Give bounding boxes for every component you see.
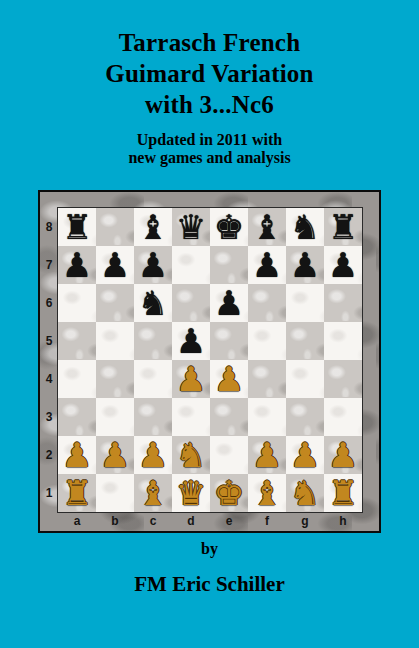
square-h8: ♜ (324, 208, 362, 246)
book-subtitle: Updated in 2011 with new games and analy… (0, 131, 419, 167)
square-a7: ♟ (58, 246, 96, 284)
author-name: FM Eric Schiller (0, 572, 419, 597)
square-b1 (96, 474, 134, 512)
square-f6 (248, 284, 286, 322)
piece-white-pawn: ♟ (62, 436, 92, 474)
rank-label-7: 7 (40, 246, 58, 284)
square-d8: ♛ (172, 208, 210, 246)
square-c7: ♟ (134, 246, 172, 284)
square-g8: ♞ (286, 208, 324, 246)
square-d7 (172, 246, 210, 284)
square-b6 (96, 284, 134, 322)
piece-white-rook: ♜ (328, 474, 358, 512)
piece-white-king: ♚ (214, 474, 244, 512)
file-label-g: g (286, 512, 324, 529)
rank-label-4: 4 (40, 360, 58, 398)
piece-white-knight: ♞ (290, 474, 320, 512)
square-h2: ♟ (324, 436, 362, 474)
piece-white-pawn: ♟ (252, 436, 282, 474)
file-label-c: c (134, 512, 172, 529)
square-c3 (134, 398, 172, 436)
piece-white-queen: ♛ (176, 474, 206, 512)
piece-white-pawn: ♟ (176, 360, 206, 398)
piece-white-pawn: ♟ (100, 436, 130, 474)
square-e8: ♚ (210, 208, 248, 246)
square-e3 (210, 398, 248, 436)
square-f1: ♝ (248, 474, 286, 512)
square-b2: ♟ (96, 436, 134, 474)
square-c2: ♟ (134, 436, 172, 474)
square-g6 (286, 284, 324, 322)
square-a3 (58, 398, 96, 436)
square-f8: ♝ (248, 208, 286, 246)
square-c1: ♝ (134, 474, 172, 512)
file-label-h: h (324, 512, 362, 529)
book-title: Tarrasch French Guimard Variation with 3… (0, 27, 419, 120)
square-g3 (286, 398, 324, 436)
piece-white-pawn: ♟ (138, 436, 168, 474)
rank-label-6: 6 (40, 284, 58, 322)
square-g2: ♟ (286, 436, 324, 474)
book-title-line-1: Tarrasch French (0, 27, 419, 58)
file-label-d: d (172, 512, 210, 529)
square-e5 (210, 322, 248, 360)
piece-black-pawn: ♟ (176, 322, 206, 360)
square-h5 (324, 322, 362, 360)
rank-label-2: 2 (40, 436, 58, 474)
square-e6: ♟ (210, 284, 248, 322)
piece-black-knight: ♞ (290, 208, 320, 246)
square-h3 (324, 398, 362, 436)
piece-black-pawn: ♟ (328, 246, 358, 284)
square-f3 (248, 398, 286, 436)
square-b3 (96, 398, 134, 436)
piece-white-pawn: ♟ (290, 436, 320, 474)
square-d2: ♞ (172, 436, 210, 474)
board-squares: ♜♝♛♚♝♞♜♟♟♟♟♟♟♞♟♟♟♟♟♟♟♞♟♟♟♜♝♛♚♝♞♜ (58, 208, 362, 512)
square-b8 (96, 208, 134, 246)
piece-white-bishop: ♝ (138, 474, 168, 512)
square-g1: ♞ (286, 474, 324, 512)
book-cover: Tarrasch French Guimard Variation with 3… (0, 0, 419, 648)
piece-white-pawn: ♟ (214, 360, 244, 398)
book-title-line-3: with 3...Nc6 (0, 89, 419, 120)
square-a5 (58, 322, 96, 360)
square-c5 (134, 322, 172, 360)
file-label-b: b (96, 512, 134, 529)
rank-label-3: 3 (40, 398, 58, 436)
piece-black-pawn: ♟ (100, 246, 130, 284)
piece-white-pawn: ♟ (328, 436, 358, 474)
chess-board: 87654321 abcdefgh ♜♝♛♚♝♞♜♟♟♟♟♟♟♞♟♟♟♟♟♟♟♞… (38, 190, 381, 533)
square-f5 (248, 322, 286, 360)
square-d1: ♛ (172, 474, 210, 512)
square-h7: ♟ (324, 246, 362, 284)
square-c6: ♞ (134, 284, 172, 322)
square-f2: ♟ (248, 436, 286, 474)
subtitle-line-2: new games and analysis (0, 149, 419, 167)
square-b4 (96, 360, 134, 398)
square-f4 (248, 360, 286, 398)
square-a1: ♜ (58, 474, 96, 512)
rank-labels: 87654321 (40, 208, 58, 512)
piece-black-pawn: ♟ (62, 246, 92, 284)
square-f7: ♟ (248, 246, 286, 284)
piece-black-bishop: ♝ (252, 208, 282, 246)
byline: by (0, 540, 419, 558)
piece-black-rook: ♜ (328, 208, 358, 246)
square-e7 (210, 246, 248, 284)
square-e2 (210, 436, 248, 474)
piece-black-pawn: ♟ (252, 246, 282, 284)
piece-black-rook: ♜ (62, 208, 92, 246)
square-a6 (58, 284, 96, 322)
file-label-a: a (58, 512, 96, 529)
piece-black-knight: ♞ (138, 284, 168, 322)
square-h4 (324, 360, 362, 398)
square-d4: ♟ (172, 360, 210, 398)
square-a2: ♟ (58, 436, 96, 474)
square-a8: ♜ (58, 208, 96, 246)
rank-label-1: 1 (40, 474, 58, 512)
piece-black-pawn: ♟ (138, 246, 168, 284)
piece-white-bishop: ♝ (252, 474, 282, 512)
file-label-f: f (248, 512, 286, 529)
piece-white-knight: ♞ (176, 436, 206, 474)
rank-label-5: 5 (40, 322, 58, 360)
piece-black-bishop: ♝ (138, 208, 168, 246)
square-e1: ♚ (210, 474, 248, 512)
square-a4 (58, 360, 96, 398)
square-g5 (286, 322, 324, 360)
square-e4: ♟ (210, 360, 248, 398)
rank-label-8: 8 (40, 208, 58, 246)
piece-black-queen: ♛ (176, 208, 206, 246)
file-labels: abcdefgh (58, 512, 362, 529)
piece-black-pawn: ♟ (214, 284, 244, 322)
square-b7: ♟ (96, 246, 134, 284)
piece-black-king: ♚ (214, 208, 244, 246)
square-h1: ♜ (324, 474, 362, 512)
square-b5 (96, 322, 134, 360)
square-d5: ♟ (172, 322, 210, 360)
square-g7: ♟ (286, 246, 324, 284)
subtitle-line-1: Updated in 2011 with (0, 131, 419, 149)
square-h6 (324, 284, 362, 322)
square-c8: ♝ (134, 208, 172, 246)
piece-black-pawn: ♟ (290, 246, 320, 284)
file-label-e: e (210, 512, 248, 529)
square-g4 (286, 360, 324, 398)
square-c4 (134, 360, 172, 398)
square-d3 (172, 398, 210, 436)
square-d6 (172, 284, 210, 322)
book-title-line-2: Guimard Variation (0, 58, 419, 89)
piece-white-rook: ♜ (62, 474, 92, 512)
